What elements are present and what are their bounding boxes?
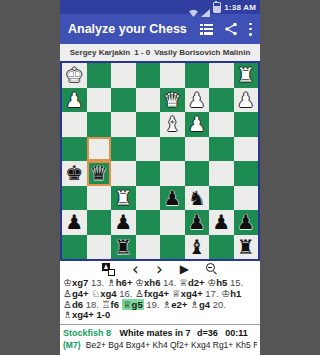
- square[interactable]: [160, 137, 185, 162]
- square[interactable]: [185, 161, 210, 186]
- square[interactable]: [209, 235, 234, 260]
- chess-board[interactable]: ♚♜♟♛♟♟♝♟♚♛♜♟♞♟♟♟♟♟♜♝♜: [60, 61, 260, 261]
- move-number: 19.: [146, 299, 159, 310]
- square[interactable]: ♟: [62, 88, 87, 113]
- square[interactable]: [234, 137, 259, 162]
- square[interactable]: [160, 63, 185, 88]
- square[interactable]: [136, 112, 161, 137]
- square[interactable]: [185, 137, 210, 162]
- square[interactable]: [136, 63, 161, 88]
- board-setup-button[interactable]: ♟: [102, 263, 115, 276]
- page-title: Analyze your Chess: [68, 22, 200, 36]
- square[interactable]: [209, 161, 234, 186]
- engine-pv-moves: Be2+ Bg4 Bxg4+ Kh4 Qf2+ Kxg4 Rg1+ Kh5 Rx: [86, 340, 257, 350]
- square[interactable]: ♚: [62, 63, 87, 88]
- move[interactable]: ♔xg7: [63, 277, 88, 288]
- black-king: ♚: [62, 161, 87, 186]
- engine-panel[interactable]: Stockfish 8 White mates in 7 d=36 00:11 …: [60, 325, 260, 350]
- engine-status-line: Stockfish 8 White mates in 7 d=36 00:11: [63, 328, 257, 338]
- move-number: 14.: [163, 277, 176, 288]
- square[interactable]: [209, 137, 234, 162]
- black-knight: ♞: [185, 186, 210, 211]
- result-token: 1-0: [97, 309, 111, 320]
- square[interactable]: [111, 88, 136, 113]
- square[interactable]: [87, 186, 112, 211]
- white-pawn: ♟: [234, 88, 259, 113]
- move-number: 15.: [230, 277, 243, 288]
- square[interactable]: [136, 210, 161, 235]
- square[interactable]: [209, 186, 234, 211]
- square[interactable]: [87, 235, 112, 260]
- square[interactable]: ♜: [234, 235, 259, 260]
- square[interactable]: ♟: [185, 88, 210, 113]
- square[interactable]: ♟: [62, 210, 87, 235]
- square[interactable]: ♚: [62, 161, 87, 186]
- square[interactable]: ♟: [185, 112, 210, 137]
- square[interactable]: [234, 186, 259, 211]
- move[interactable]: ♗e2+: [162, 299, 187, 310]
- square[interactable]: [160, 235, 185, 260]
- app-screen: 1:38 AM Analyze your Chess Sergey Karjak…: [60, 0, 260, 355]
- overflow-menu-icon[interactable]: [249, 23, 252, 36]
- square[interactable]: ♜: [111, 235, 136, 260]
- board-nav-toolbar: ♟ ‹ › ▶: [60, 261, 260, 276]
- magnifier-minus-icon: [206, 263, 218, 275]
- share-icon[interactable]: [224, 22, 238, 36]
- black-pawn: ♟: [160, 186, 185, 211]
- white-rook: ♜: [111, 186, 136, 211]
- signal-icon: [201, 3, 210, 11]
- square[interactable]: ♟: [209, 210, 234, 235]
- players-bar: Sergey Karjakin 1 - 0 Vasily Borisovich …: [60, 44, 260, 61]
- move-number: 13.: [91, 277, 104, 288]
- white-pawn: ♟: [185, 112, 210, 137]
- square[interactable]: [209, 63, 234, 88]
- engine-score: (M7): [63, 340, 80, 350]
- move[interactable]: ♗g4: [190, 299, 210, 310]
- square[interactable]: ♝: [185, 235, 210, 260]
- move-number: 17.: [205, 288, 218, 299]
- square[interactable]: ♟: [111, 210, 136, 235]
- moves-list-icon[interactable]: [200, 24, 213, 35]
- move-number: 18.: [86, 299, 99, 310]
- move[interactable]: ♕xg4+: [172, 288, 203, 299]
- previous-move-button[interactable]: ‹: [132, 263, 139, 275]
- square[interactable]: [87, 137, 112, 162]
- square[interactable]: [62, 186, 87, 211]
- square[interactable]: [136, 161, 161, 186]
- move[interactable]: ♙d6: [63, 299, 83, 310]
- black-queen: ♛: [87, 161, 112, 186]
- white-rook: ♜: [234, 63, 259, 88]
- engine-time: 00:11: [225, 328, 248, 338]
- white-pawn: ♟: [185, 88, 210, 113]
- move[interactable]: ♗h6+: [107, 277, 133, 288]
- square[interactable]: ♟: [234, 88, 259, 113]
- square[interactable]: ♛: [87, 161, 112, 186]
- autoplay-button[interactable]: ▶: [180, 263, 189, 275]
- black-pawn: ♟: [62, 210, 87, 235]
- square[interactable]: [234, 161, 259, 186]
- square[interactable]: ♞: [185, 186, 210, 211]
- square[interactable]: ♛: [160, 88, 185, 113]
- square[interactable]: [111, 137, 136, 162]
- square[interactable]: [87, 88, 112, 113]
- move-number: 20.: [213, 299, 226, 310]
- square[interactable]: [136, 137, 161, 162]
- white-player-name: Sergey Karjakin: [70, 48, 130, 57]
- game-result: 1 - 0: [134, 48, 150, 57]
- next-move-button[interactable]: ›: [156, 263, 163, 275]
- square[interactable]: ♝: [160, 112, 185, 137]
- move[interactable]: ♖f6: [102, 299, 119, 310]
- black-player-name: Vasily Borisovich Malinin: [154, 48, 250, 57]
- white-queen: ♛: [160, 88, 185, 113]
- status-time: 1:38 AM: [224, 3, 256, 12]
- square[interactable]: [62, 137, 87, 162]
- square[interactable]: ♜: [111, 186, 136, 211]
- move[interactable]: ♔xh6: [135, 277, 160, 288]
- move[interactable]: ♔h1: [221, 288, 241, 299]
- move[interactable]: ♙fxg4+: [135, 288, 169, 299]
- wifi-icon: [189, 3, 198, 11]
- engine-pv-line: (M7) Be2+ Bg4 Bxg4+ Kh4 Qf2+ Kxg4 Rg1+ K…: [63, 340, 257, 350]
- move[interactable]: ♗xg4+: [63, 309, 94, 320]
- square[interactable]: [160, 210, 185, 235]
- square[interactable]: [87, 112, 112, 137]
- square[interactable]: ♜: [234, 63, 259, 88]
- square[interactable]: [62, 112, 87, 137]
- move[interactable]: ♕d2+: [179, 277, 205, 288]
- square[interactable]: [136, 88, 161, 113]
- square[interactable]: [87, 63, 112, 88]
- black-bishop: ♝: [185, 235, 210, 260]
- chevron-left-icon: ‹: [132, 263, 139, 275]
- square[interactable]: [111, 112, 136, 137]
- square[interactable]: [160, 161, 185, 186]
- square[interactable]: [136, 235, 161, 260]
- app-bar: Analyze your Chess: [60, 14, 260, 44]
- black-pawn: ♟: [209, 210, 234, 235]
- current-move[interactable]: ♕g5: [122, 299, 144, 310]
- square[interactable]: [87, 210, 112, 235]
- white-pawn: ♟: [62, 88, 87, 113]
- move[interactable]: ♘xg4: [91, 288, 116, 299]
- square[interactable]: ♟: [160, 186, 185, 211]
- square[interactable]: ♟: [234, 210, 259, 235]
- square[interactable]: [111, 161, 136, 186]
- white-king: ♚: [62, 63, 87, 88]
- square[interactable]: [209, 88, 234, 113]
- move[interactable]: ♔h5: [207, 277, 227, 288]
- status-bar: 1:38 AM: [60, 0, 260, 14]
- square[interactable]: [209, 112, 234, 137]
- square[interactable]: [62, 235, 87, 260]
- engine-name: Stockfish 8: [63, 328, 111, 338]
- battery-icon: [213, 2, 221, 13]
- square[interactable]: [111, 63, 136, 88]
- white-bishop: ♝: [160, 112, 185, 137]
- square[interactable]: [136, 186, 161, 211]
- play-icon: ▶: [180, 263, 189, 275]
- square[interactable]: [234, 112, 259, 137]
- black-rook: ♜: [234, 235, 259, 260]
- zoom-out-button[interactable]: [206, 263, 218, 275]
- square[interactable]: [185, 63, 210, 88]
- black-pawn: ♟: [111, 210, 136, 235]
- move-list: ♔xg7 13. ♗h6+ ♔xh6 14. ♕d2+ ♔h5 15. ♙g4+…: [60, 276, 260, 321]
- move[interactable]: ♙g4+: [63, 288, 89, 299]
- chevron-right-icon: ›: [156, 263, 163, 275]
- board-setup-icon: ♟: [102, 263, 115, 276]
- move-number: 16.: [119, 288, 132, 299]
- square[interactable]: ♟: [185, 210, 210, 235]
- engine-depth: d=36: [197, 328, 218, 338]
- black-rook: ♜: [111, 235, 136, 260]
- black-pawn: ♟: [234, 210, 259, 235]
- black-pawn: ♟: [185, 210, 210, 235]
- engine-eval-text: White mates in 7: [120, 328, 191, 338]
